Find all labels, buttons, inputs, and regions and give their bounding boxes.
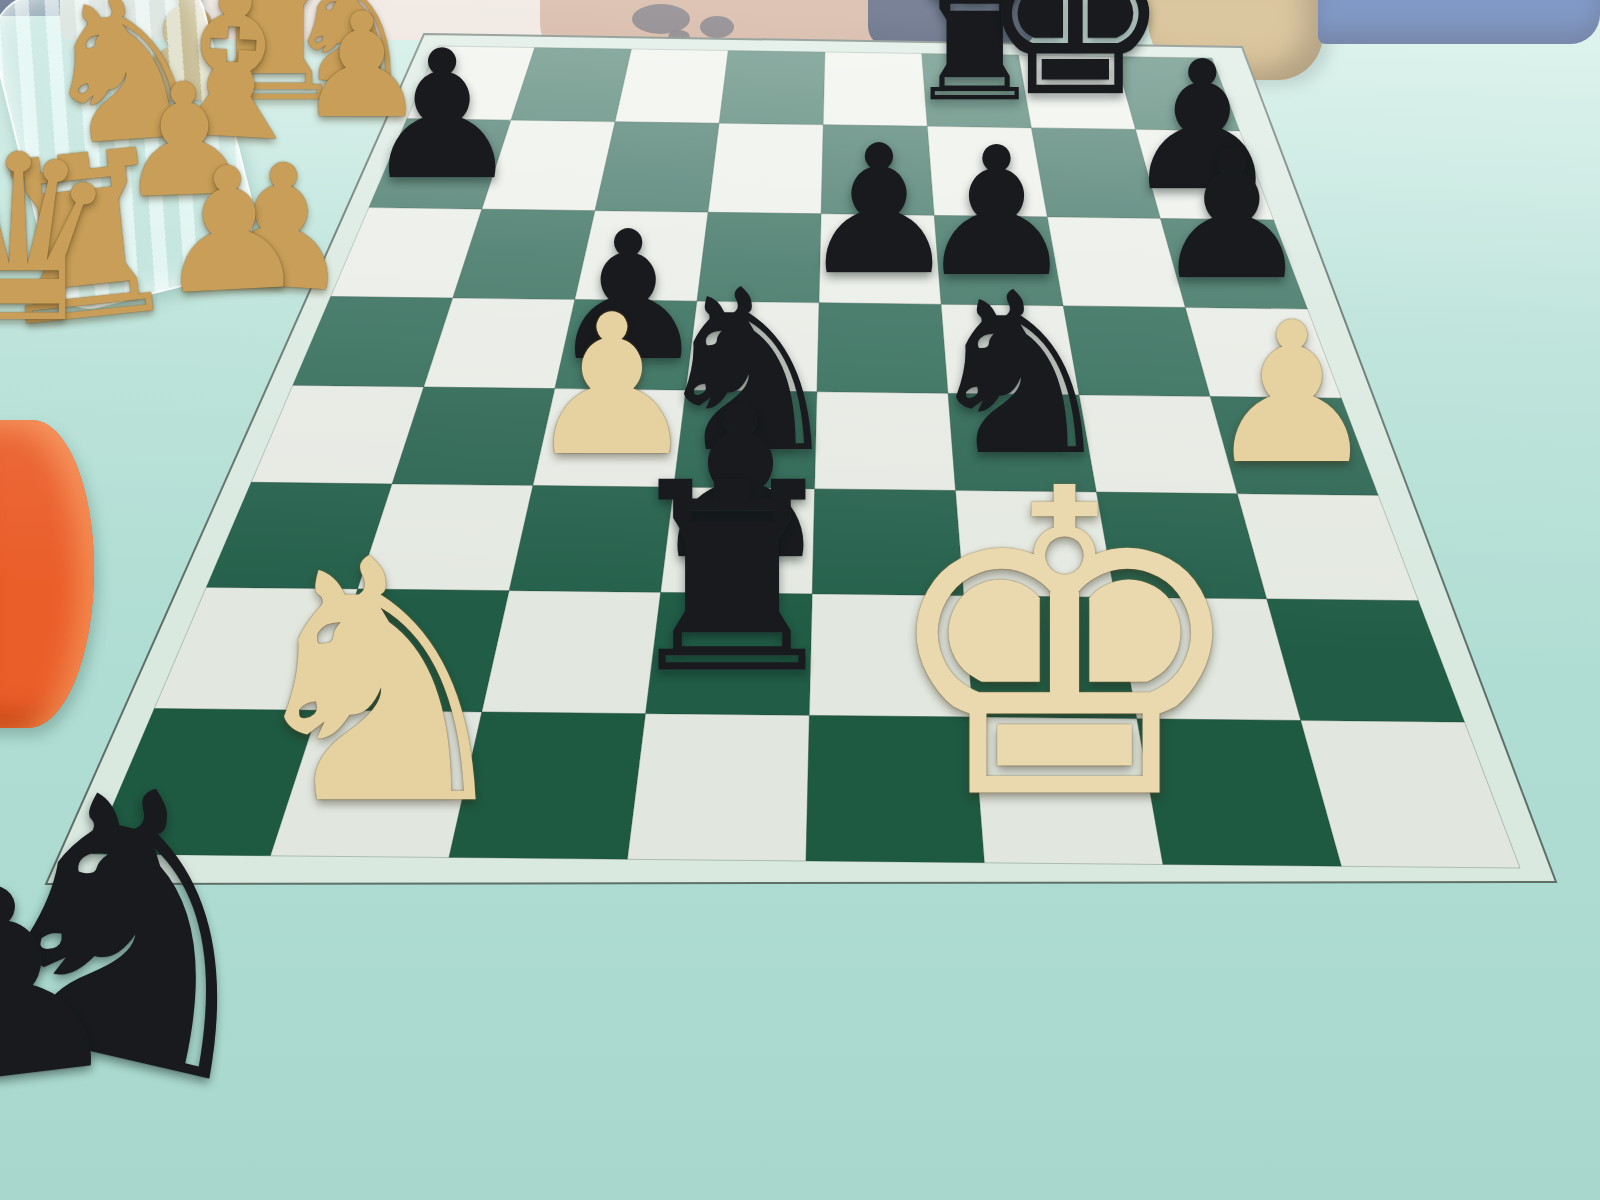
scene: ♜♚♟♟♟♟♟♟♟♞♞♟♟♜♞♚♞♟♝♜♞♟♟♟♟♜♛♞♟ (0, 0, 1600, 1200)
black-pawn-a7[interactable]: ♟ (362, 27, 521, 205)
square-d1[interactable] (628, 714, 810, 861)
tray-white-queen-10[interactable]: ♛ (0, 125, 121, 355)
black-pawn-h6[interactable]: ♟ (1152, 127, 1312, 305)
black-rook-d2[interactable]: ♜ (615, 449, 849, 710)
white-king-f1[interactable]: ♚ (875, 435, 1254, 858)
square-c8[interactable] (615, 49, 728, 123)
